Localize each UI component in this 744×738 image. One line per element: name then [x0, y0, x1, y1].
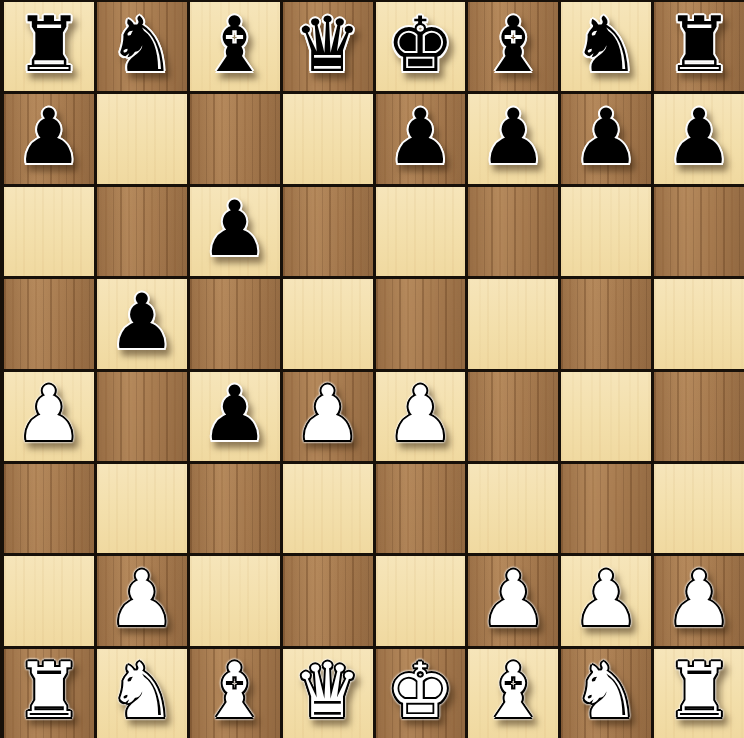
- piece-white-pawn[interactable]: ♟: [572, 561, 640, 637]
- square-b6[interactable]: [97, 187, 187, 276]
- square-c8[interactable]: ♝: [190, 2, 280, 91]
- piece-white-pawn[interactable]: ♟: [665, 561, 733, 637]
- square-a8[interactable]: ♜: [4, 2, 94, 91]
- piece-white-queen[interactable]: ♛: [293, 653, 361, 729]
- piece-black-bishop[interactable]: ♝: [479, 7, 547, 83]
- square-e6[interactable]: [376, 187, 466, 276]
- piece-white-rook[interactable]: ♜: [665, 653, 733, 729]
- piece-white-pawn[interactable]: ♟: [108, 561, 176, 637]
- square-b1[interactable]: ♞: [97, 649, 187, 738]
- square-h2[interactable]: ♟: [654, 556, 744, 645]
- square-g8[interactable]: ♞: [561, 2, 651, 91]
- piece-white-pawn[interactable]: ♟: [15, 376, 83, 452]
- square-f1[interactable]: ♝: [468, 649, 558, 738]
- square-c4[interactable]: ♟: [190, 372, 280, 461]
- square-h6[interactable]: [654, 187, 744, 276]
- square-b4[interactable]: [97, 372, 187, 461]
- piece-white-pawn[interactable]: ♟: [479, 561, 547, 637]
- piece-white-knight[interactable]: ♞: [108, 653, 176, 729]
- square-c2[interactable]: [190, 556, 280, 645]
- square-h5[interactable]: [654, 279, 744, 368]
- piece-black-pawn[interactable]: ♟: [665, 99, 733, 175]
- square-e2[interactable]: [376, 556, 466, 645]
- square-c1[interactable]: ♝: [190, 649, 280, 738]
- square-g6[interactable]: [561, 187, 651, 276]
- piece-black-pawn[interactable]: ♟: [479, 99, 547, 175]
- square-e4[interactable]: ♟: [376, 372, 466, 461]
- piece-white-rook[interactable]: ♜: [15, 653, 83, 729]
- square-b8[interactable]: ♞: [97, 2, 187, 91]
- piece-black-pawn[interactable]: ♟: [201, 191, 269, 267]
- square-a1[interactable]: ♜: [4, 649, 94, 738]
- square-g2[interactable]: ♟: [561, 556, 651, 645]
- square-a3[interactable]: [4, 464, 94, 553]
- square-f7[interactable]: ♟: [468, 94, 558, 183]
- square-b7[interactable]: [97, 94, 187, 183]
- square-c7[interactable]: [190, 94, 280, 183]
- square-d2[interactable]: [283, 556, 373, 645]
- piece-black-rook[interactable]: ♜: [665, 7, 733, 83]
- square-d8[interactable]: ♛: [283, 2, 373, 91]
- square-f2[interactable]: ♟: [468, 556, 558, 645]
- square-g7[interactable]: ♟: [561, 94, 651, 183]
- piece-white-pawn[interactable]: ♟: [293, 376, 361, 452]
- piece-black-knight[interactable]: ♞: [108, 7, 176, 83]
- square-b5[interactable]: ♟: [97, 279, 187, 368]
- piece-white-king[interactable]: ♚: [386, 653, 454, 729]
- square-e1[interactable]: ♚: [376, 649, 466, 738]
- piece-black-knight[interactable]: ♞: [572, 7, 640, 83]
- square-g3[interactable]: [561, 464, 651, 553]
- piece-black-pawn[interactable]: ♟: [108, 284, 176, 360]
- square-c5[interactable]: [190, 279, 280, 368]
- square-h1[interactable]: ♜: [654, 649, 744, 738]
- piece-black-pawn[interactable]: ♟: [201, 376, 269, 452]
- square-a7[interactable]: ♟: [4, 94, 94, 183]
- square-a5[interactable]: [4, 279, 94, 368]
- piece-black-pawn[interactable]: ♟: [572, 99, 640, 175]
- square-g5[interactable]: [561, 279, 651, 368]
- square-f3[interactable]: [468, 464, 558, 553]
- piece-white-pawn[interactable]: ♟: [386, 376, 454, 452]
- square-h3[interactable]: [654, 464, 744, 553]
- piece-black-rook[interactable]: ♜: [15, 7, 83, 83]
- square-b3[interactable]: [97, 464, 187, 553]
- chess-app: ♜♞♝♛♚♝♞♜♟♟♟♟♟♟♟♟♟♟♟♟♟♟♟♜♞♝♛♚♝♞♜: [0, 0, 744, 738]
- piece-black-pawn[interactable]: ♟: [386, 99, 454, 175]
- piece-black-pawn[interactable]: ♟: [15, 99, 83, 175]
- square-b2[interactable]: ♟: [97, 556, 187, 645]
- piece-white-knight[interactable]: ♞: [572, 653, 640, 729]
- square-d3[interactable]: [283, 464, 373, 553]
- square-a4[interactable]: ♟: [4, 372, 94, 461]
- square-d1[interactable]: ♛: [283, 649, 373, 738]
- square-d5[interactable]: [283, 279, 373, 368]
- piece-black-king[interactable]: ♚: [386, 7, 454, 83]
- piece-white-bishop[interactable]: ♝: [201, 653, 269, 729]
- square-h4[interactable]: [654, 372, 744, 461]
- square-a2[interactable]: [4, 556, 94, 645]
- piece-black-bishop[interactable]: ♝: [201, 7, 269, 83]
- square-e5[interactable]: [376, 279, 466, 368]
- square-f8[interactable]: ♝: [468, 2, 558, 91]
- square-e8[interactable]: ♚: [376, 2, 466, 91]
- square-h8[interactable]: ♜: [654, 2, 744, 91]
- square-c6[interactable]: ♟: [190, 187, 280, 276]
- chess-board: ♜♞♝♛♚♝♞♜♟♟♟♟♟♟♟♟♟♟♟♟♟♟♟♜♞♝♛♚♝♞♜: [0, 0, 744, 738]
- square-f4[interactable]: [468, 372, 558, 461]
- square-a6[interactable]: [4, 187, 94, 276]
- square-d6[interactable]: [283, 187, 373, 276]
- square-g4[interactable]: [561, 372, 651, 461]
- square-d7[interactable]: [283, 94, 373, 183]
- square-f5[interactable]: [468, 279, 558, 368]
- square-g1[interactable]: ♞: [561, 649, 651, 738]
- square-h7[interactable]: ♟: [654, 94, 744, 183]
- square-e7[interactable]: ♟: [376, 94, 466, 183]
- square-d4[interactable]: ♟: [283, 372, 373, 461]
- square-f6[interactable]: [468, 187, 558, 276]
- square-c3[interactable]: [190, 464, 280, 553]
- square-e3[interactable]: [376, 464, 466, 553]
- piece-black-queen[interactable]: ♛: [293, 7, 361, 83]
- piece-white-bishop[interactable]: ♝: [479, 653, 547, 729]
